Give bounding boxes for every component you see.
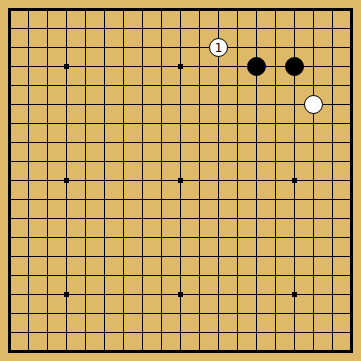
- black-stone-O16: [247, 57, 266, 76]
- stones-layer: 1: [0, 0, 361, 361]
- white-stone-R14: [304, 95, 323, 114]
- go-board: 1: [0, 0, 361, 361]
- black-stone-Q16: [285, 57, 304, 76]
- white-stone-M17-move-1: 1: [209, 38, 228, 57]
